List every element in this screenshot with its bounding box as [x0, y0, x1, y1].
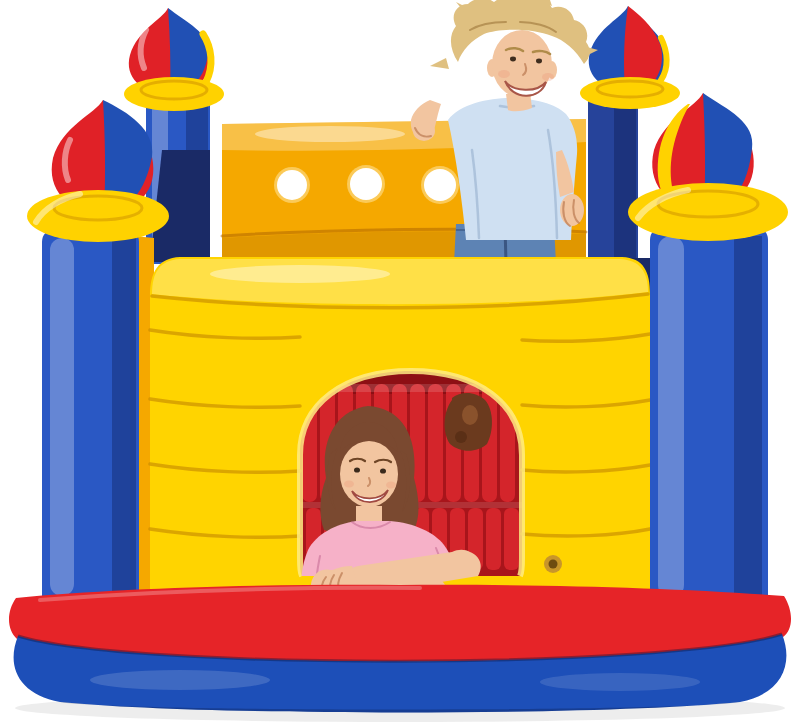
tower-front-left-ring [27, 190, 169, 242]
tower-front-right [628, 93, 788, 606]
porthole-1 [277, 170, 307, 200]
girl-eye-right [380, 468, 386, 473]
base [9, 585, 791, 722]
bouncy-castle-illustration [0, 0, 800, 722]
boy-eye-left [510, 57, 516, 62]
girl-face [340, 441, 398, 507]
porthole-2 [350, 168, 382, 200]
boy-eye-right [536, 59, 542, 64]
product-photo [0, 0, 800, 722]
porthole-3 [424, 169, 456, 201]
girl-eye-left [354, 467, 360, 472]
